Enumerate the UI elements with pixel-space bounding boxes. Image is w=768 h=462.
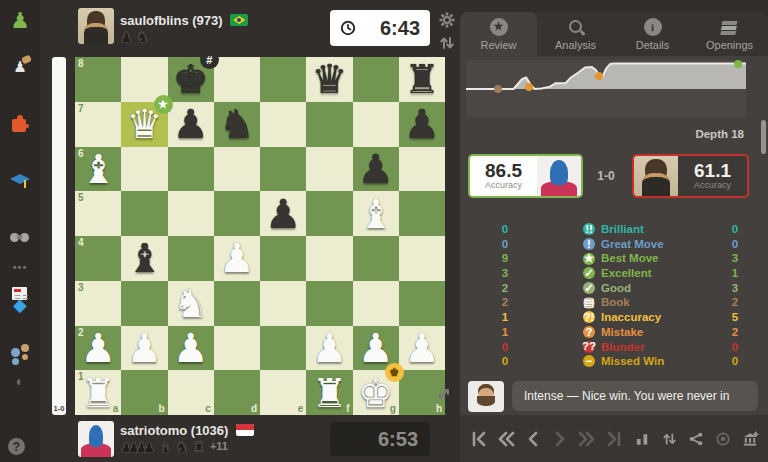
square-d2[interactable] [214,326,260,371]
classification-label: Good [601,281,631,296]
resize-board-handle[interactable] [436,386,452,402]
black-accuracy-card: 61.1 Accuracy [632,154,749,198]
square-h6[interactable] [399,147,445,192]
square-d1[interactable]: d [214,370,260,415]
file-label-e: e [298,403,304,414]
piece-black-rook[interactable]: ♜ [399,57,445,102]
classification-label: Great Move [601,237,664,252]
white-accuracy-label: Accuracy [485,181,522,190]
tab-label: Analysis [555,39,596,51]
white-count: 1 [490,325,520,340]
piece-white-bishop[interactable]: ♝ [75,147,121,192]
social-icon[interactable] [8,340,32,364]
coach-avatar [468,381,504,412]
last-move-button[interactable] [601,419,626,459]
white-player-avatar-small [537,156,581,196]
chess-board[interactable]: 8♚#♛♜7♛★♟♞♟6♝♟5♟♝4♝♟3♞2♟♟♟♟♟♟1a♜bcdef♜g♚… [75,57,445,415]
classification-label: Excellent [601,266,652,281]
top-player-rating: (973) [192,13,222,28]
square-b1[interactable]: b [121,370,167,415]
flip-board-icon[interactable] [438,34,456,52]
board-settings-gear-icon[interactable] [438,11,456,29]
analysis-tab-icon [567,18,585,36]
square-a7[interactable]: 7 [75,102,121,147]
square-a2[interactable]: 2♟ [75,326,121,371]
coach-comment-row: Intense — Nice win. You were never in [460,380,768,414]
square-c6[interactable] [168,147,214,192]
black-count: 0 [720,237,750,252]
white-count: 0 [490,237,520,252]
square-c4[interactable] [168,236,214,281]
blunder-icon: ?? [583,341,595,353]
square-h8[interactable]: ♜ [399,57,445,102]
theme-icon[interactable] [8,369,32,393]
square-h2[interactable]: ♟ [399,326,445,371]
top-player-name-row: saulofblins (973) [120,13,248,28]
square-d4[interactable]: ♟ [214,236,260,281]
piece-black-bishop[interactable]: ♝ [121,236,167,281]
game-result: 1-0 [584,154,628,198]
square-c3[interactable]: ♞ [168,281,214,326]
top-clock-time: 6:43 [380,17,420,40]
square-f7[interactable] [306,102,352,147]
openings-tab-icon [721,18,739,36]
black-count: 0 [720,354,750,369]
piece-black-pawn[interactable]: ♟ [353,147,399,192]
tab-review[interactable]: Review [460,12,537,56]
tab-label: Openings [706,39,753,51]
square-f4[interactable] [306,236,352,281]
rank-label-3: 3 [78,282,84,293]
move-stat-row-missed-win[interactable]: 0−Missed Win0 [460,354,768,369]
square-c5[interactable] [168,191,214,236]
review-panel-tabs: ReviewAnalysisDetailsOpenings [460,12,768,56]
black-count: 0 [720,222,750,237]
rank-label-4: 4 [78,237,84,248]
move-stat-row-book[interactable]: 2▤Book2 [460,295,768,310]
square-e1[interactable]: e [260,370,306,415]
square-b6[interactable] [121,147,167,192]
square-h7[interactable]: ♟ [399,102,445,147]
piece-black-pawn[interactable]: ♟ [168,102,214,147]
piece-white-knight[interactable]: ♞ [168,281,214,326]
square-e5[interactable]: ♟ [260,191,306,236]
chess-game-review-screen: saulofblins (973) ♟♞ 6:43 1-0 8♚#♛♜7♛★♟♞… [0,0,768,462]
white-count: 3 [490,266,520,281]
square-a3[interactable]: 3 [75,281,121,326]
retry-button[interactable] [659,419,679,459]
great-move-icon: ! [583,238,595,250]
classification-label: Best Move [601,251,659,266]
square-f5[interactable] [306,191,352,236]
move-stat-row-best-move[interactable]: 9★Best Move3 [460,251,768,266]
accuracy-row: 86.5 Accuracy 1-0 61.1 Accuracy [460,154,768,198]
tab-openings[interactable]: Openings [691,12,768,56]
inaccuracy-icon: ?! [583,311,595,323]
white-count: 9 [490,251,520,266]
file-label-b: b [158,403,164,414]
details-tab-icon [644,18,662,36]
square-e8[interactable] [260,57,306,102]
captured-rook-icon: ♜ [192,439,205,455]
classification-label: Missed Win [601,354,664,369]
square-g1[interactable]: g♚♚ [353,370,399,415]
review-tab-icon [490,18,508,36]
piece-black-pawn[interactable]: ♟ [260,191,306,236]
engine-depth-label: Depth 18 [695,128,744,140]
material-advantage: +11 [210,440,228,452]
tab-analysis[interactable]: Analysis [537,12,614,56]
bottom-clock-time: 6:53 [378,428,418,451]
excellent-icon: ✓ [583,267,595,279]
black-count: 1 [720,266,750,281]
watch-icon[interactable] [8,225,32,249]
piece-black-queen[interactable]: ♛ [306,57,352,102]
classification-label: Book [601,295,630,310]
square-a8[interactable]: 8 [75,57,121,102]
piece-white-pawn[interactable]: ♟ [399,326,445,371]
square-c7[interactable]: ♟ [168,102,214,147]
best-move-badge: ★ [154,95,173,114]
captured-knight-icon: ♞ [137,29,150,45]
square-b4[interactable]: ♝ [121,236,167,281]
classification-label: Inaccuracy [601,310,661,325]
black-accuracy-value: 61.1 [694,161,731,181]
bottom-player-rating: (1036) [191,423,229,438]
indonesia-flag-icon [236,424,254,436]
play-icon[interactable] [8,9,32,33]
classification-label: Brilliant [601,222,644,237]
evaluation-graph[interactable] [466,60,746,118]
tab-details[interactable]: Details [614,12,691,56]
square-a6[interactable]: 6♝ [75,147,121,192]
classification-label: Blunder [601,340,644,355]
square-f8[interactable]: ♛ [306,57,352,102]
square-a4[interactable]: 4 [75,236,121,281]
evaluation-bar: 1-0 [52,57,66,415]
captured-bishop-icon: ♝ [159,439,172,455]
white-count: 0 [490,222,520,237]
piece-white-pawn[interactable]: ♟ [168,326,214,371]
black-accuracy-label: Accuracy [694,181,731,190]
black-player-avatar-small [634,156,678,196]
mistake-icon: ? [583,326,595,338]
square-g4[interactable] [353,236,399,281]
top-player-name[interactable]: saulofblins [120,13,189,28]
best-move-icon: ★ [583,253,595,265]
black-count: 2 [720,325,750,340]
captured-pawn-icon: ♟ [120,29,133,45]
premium-icon[interactable] [8,293,32,317]
square-a1[interactable]: 1a♜ [75,370,121,415]
review-panel: ReviewAnalysisDetailsOpenings Depth 18 8… [460,0,768,462]
prev-move-button[interactable] [520,419,545,459]
move-stat-row-great-move[interactable]: 0!Great Move0 [460,237,768,252]
rank-label-5: 5 [78,192,84,203]
next-move-button[interactable] [547,419,572,459]
black-count: 3 [720,281,750,296]
clock-icon [340,20,356,36]
move-classification-table: 0!!Brilliant00!Great Move09★Best Move33✓… [460,222,768,369]
more-icon[interactable] [8,255,32,279]
top-player-captured-pieces: ♟♞ [120,29,149,45]
square-f2[interactable]: ♟ [306,326,352,371]
square-b5[interactable] [121,191,167,236]
tab-label: Details [636,39,670,51]
piece-white-pawn[interactable]: ♟ [75,326,121,371]
white-count: 2 [490,295,520,310]
puzzles-icon[interactable] [8,112,32,136]
black-count: 0 [720,340,750,355]
white-count: 0 [490,340,520,355]
next-fast-move-button[interactable] [574,419,599,459]
white-accuracy-card: 86.5 Accuracy [468,154,583,198]
practice-button[interactable] [713,419,733,459]
top-player-clock: 6:43 [330,10,430,46]
piece-white-pawn[interactable]: ♟ [214,236,260,281]
graph-dot-final-position,-white-wins [734,60,742,68]
winner-badge: ♚ [385,363,404,382]
black-count: 3 [720,251,750,266]
captured-knight-icon: ♞ [176,439,189,455]
square-a5[interactable]: 5 [75,191,121,236]
square-b3[interactable] [121,281,167,326]
square-g3[interactable] [353,281,399,326]
square-d6[interactable] [214,147,260,192]
classification-label: Mistake [601,325,643,340]
square-g8[interactable] [353,57,399,102]
move-stat-row-excellent[interactable]: 3✓Excellent1 [460,266,768,281]
bottom-player-name-row: satriotomo (1036) [120,423,254,438]
piece-black-knight[interactable]: ♞ [214,102,260,147]
square-g7[interactable] [353,102,399,147]
help-icon[interactable] [8,438,25,455]
square-d7[interactable]: ♞ [214,102,260,147]
evaluation-bar-score: 1-0 [52,404,66,413]
review-panel-body: Depth 18 86.5 Accuracy 1-0 61.1 Accuracy [460,56,768,462]
square-e7[interactable] [260,102,306,147]
coach-message: Intense — Nice win. You were never in [524,389,729,403]
graph-dot-inaccuracy [595,72,603,80]
square-e4[interactable] [260,236,306,281]
square-d5[interactable] [214,191,260,236]
save-library-button[interactable] [740,419,760,459]
captured-pawn-icon: ♟ [143,439,156,455]
black-count: 5 [720,310,750,325]
first-move-button[interactable] [466,419,491,459]
move-stat-row-inaccuracy[interactable]: 1?!Inaccuracy5 [460,310,768,325]
bottom-player-avatar[interactable] [78,421,114,457]
panel-scrollbar[interactable] [761,120,766,154]
piece-white-bishop[interactable]: ♝ [353,191,399,236]
square-b7[interactable]: ♛★ [121,102,167,147]
square-c8[interactable]: ♚# [168,57,214,102]
bottom-player-captured-pieces: ♟♟♟♟♝♞♜+11 [120,439,228,455]
move-navigation-bar [460,415,768,462]
share-button[interactable] [686,419,706,459]
graph-dot-inaccuracy [525,83,533,91]
missed-win-icon: − [583,355,595,367]
graph-dot-book-move [494,85,502,93]
rank-label-7: 7 [78,103,84,114]
book-icon: ▤ [583,297,595,309]
brilliant-icon: !! [583,223,595,235]
piece-black-pawn[interactable]: ♟ [399,102,445,147]
file-label-c: c [205,403,211,414]
move-stat-row-blunder[interactable]: 0??Blunder0 [460,340,768,355]
square-f6[interactable] [306,147,352,192]
coach-speech-bubble: Intense — Nice win. You were never in [512,381,758,411]
move-stat-row-good[interactable]: 2✓Good3 [460,281,768,296]
black-count: 2 [720,295,750,310]
square-c1[interactable]: c [168,370,214,415]
square-g5[interactable]: ♝ [353,191,399,236]
file-label-d: d [251,403,257,414]
square-c2[interactable]: ♟ [168,326,214,371]
learn-icon[interactable] [8,169,32,193]
piece-white-pawn[interactable]: ♟ [121,326,167,371]
square-b2[interactable]: ♟ [121,326,167,371]
white-accuracy-value: 86.5 [485,161,522,181]
white-count: 2 [490,281,520,296]
square-g6[interactable]: ♟ [353,147,399,192]
square-f3[interactable] [306,281,352,326]
bottom-player-clock: 6:53 [330,422,430,456]
piece-white-rook[interactable]: ♜ [75,370,121,415]
rank-label-8: 8 [78,58,84,69]
square-f1[interactable]: f♜ [306,370,352,415]
tab-label: Review [480,39,516,51]
move-stat-row-brilliant[interactable]: 0!!Brilliant0 [460,222,768,237]
white-count: 1 [490,310,520,325]
file-label-h: h [436,403,442,414]
prev-fast-move-button[interactable] [493,419,518,459]
piece-white-pawn[interactable]: ♟ [306,326,352,371]
hand-piece-icon[interactable] [8,55,32,79]
piece-white-rook[interactable]: ♜ [306,370,352,415]
square-h5[interactable] [399,191,445,236]
left-sidebar [0,0,40,462]
square-h3[interactable] [399,281,445,326]
square-d8[interactable] [214,57,260,102]
white-count: 0 [490,354,520,369]
game-report-button[interactable] [632,419,652,459]
square-d3[interactable] [214,281,260,326]
square-h4[interactable] [399,236,445,281]
brazil-flag-icon [230,14,248,26]
top-player-avatar[interactable] [78,8,114,44]
move-stat-row-mistake[interactable]: 1?Mistake2 [460,325,768,340]
good-icon: ✓ [583,282,595,294]
square-e3[interactable] [260,281,306,326]
checkmate-badge: # [200,50,219,69]
square-e6[interactable] [260,147,306,192]
bottom-player-name[interactable]: satriotomo [120,423,187,438]
square-e2[interactable] [260,326,306,371]
